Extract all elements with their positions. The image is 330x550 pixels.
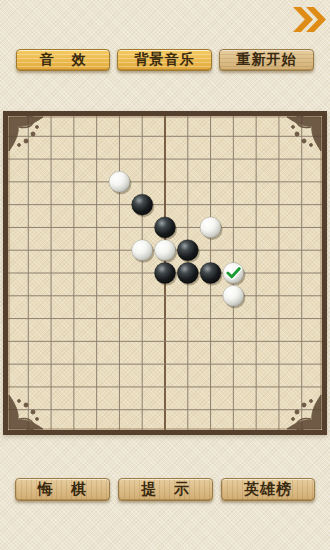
stone-white: [109, 171, 132, 194]
stone-white: [200, 217, 223, 240]
undo-button[interactable]: 悔 棋: [15, 478, 110, 501]
game-screen: 音 效 背景音乐 重新开始: [0, 0, 330, 550]
expand-panel-button[interactable]: [292, 6, 326, 33]
leaderboard-button[interactable]: 英雄榜: [221, 478, 315, 501]
stone-black: [177, 263, 200, 286]
stone-black: [132, 194, 155, 217]
stone-black: [200, 263, 223, 286]
stone-white: [155, 240, 178, 263]
stone-black: [155, 217, 178, 240]
hint-button[interactable]: 提 示: [118, 478, 213, 501]
restart-button[interactable]: 重新开始: [219, 49, 314, 71]
gomoku-board[interactable]: [3, 111, 327, 435]
stone-black: [177, 240, 200, 263]
bgm-toggle-button[interactable]: 背景音乐: [117, 49, 212, 71]
double-chevron-right-icon: [292, 6, 326, 33]
stone-black: [155, 263, 178, 286]
stone-white: [132, 240, 155, 263]
sound-toggle-button[interactable]: 音 效: [16, 49, 110, 71]
stone-white: [223, 285, 246, 308]
stone-white: [223, 263, 246, 286]
board-stones: [109, 171, 245, 308]
